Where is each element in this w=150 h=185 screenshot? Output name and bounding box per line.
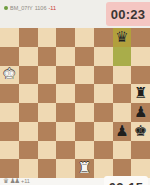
square-h8[interactable] <box>0 159 19 178</box>
square-g2[interactable] <box>19 47 38 66</box>
square-g5[interactable] <box>19 103 38 122</box>
square-e2[interactable] <box>56 47 75 66</box>
square-b4[interactable] <box>113 84 132 103</box>
chess-app: BM_07fY 1106 -11 00:23 ♛♚♜♟♟♚♜ ♛ ♟♟ +11 … <box>0 0 150 185</box>
square-a2[interactable] <box>131 47 150 66</box>
square-g7[interactable] <box>19 141 38 160</box>
square-g4[interactable] <box>19 84 38 103</box>
square-h3[interactable]: ♚ <box>0 66 19 85</box>
black-rook-piece: ♜ <box>134 86 147 101</box>
white-rook-piece: ♜ <box>78 161 91 176</box>
square-b5[interactable] <box>113 103 132 122</box>
online-status-icon <box>4 6 8 10</box>
square-a4[interactable]: ♜ <box>131 84 150 103</box>
square-e6[interactable] <box>56 122 75 141</box>
square-a3[interactable] <box>131 66 150 85</box>
square-d4[interactable] <box>75 84 94 103</box>
square-e7[interactable] <box>56 141 75 160</box>
top-player-rating-delta: -11 <box>48 5 56 11</box>
square-h2[interactable] <box>0 47 19 66</box>
square-h7[interactable] <box>0 141 19 160</box>
bottom-player-bar: ♛ ♟♟ +11 02:15 <box>0 178 150 185</box>
top-player-name: BM_07fY <box>10 5 33 11</box>
square-d6[interactable] <box>75 122 94 141</box>
square-f1[interactable] <box>38 28 57 47</box>
square-h4[interactable] <box>0 84 19 103</box>
square-e3[interactable] <box>56 66 75 85</box>
square-d3[interactable] <box>75 66 94 85</box>
captured-pawn-pair-icon: ♟♟ <box>10 178 19 185</box>
square-a6[interactable]: ♚ <box>131 122 150 141</box>
black-pawn-piece: ♟ <box>134 104 147 119</box>
square-h6[interactable] <box>0 122 19 141</box>
square-g3[interactable] <box>19 66 38 85</box>
square-d5[interactable] <box>75 103 94 122</box>
square-g6[interactable] <box>19 122 38 141</box>
square-b1[interactable]: ♛ <box>113 28 132 47</box>
square-a5[interactable]: ♟ <box>131 103 150 122</box>
square-e4[interactable] <box>56 84 75 103</box>
top-player-rating: 1106 <box>35 5 47 11</box>
square-c2[interactable] <box>94 47 113 66</box>
material-advantage: +11 <box>21 179 30 185</box>
white-king-piece: ♚ <box>3 67 16 82</box>
top-player-bar: BM_07fY 1106 -11 00:23 <box>0 0 150 28</box>
square-b6[interactable]: ♟ <box>113 122 132 141</box>
square-c3[interactable] <box>94 66 113 85</box>
top-player-clock: 00:23 <box>106 2 150 26</box>
square-f7[interactable] <box>38 141 57 160</box>
square-b2[interactable] <box>113 47 132 66</box>
chess-board: ♛♚♜♟♟♚♜ <box>0 28 150 178</box>
square-d7[interactable] <box>75 141 94 160</box>
square-f8[interactable] <box>38 159 57 178</box>
square-f2[interactable] <box>38 47 57 66</box>
top-player-info[interactable]: BM_07fY 1106 -11 <box>4 5 56 11</box>
square-f4[interactable] <box>38 84 57 103</box>
square-a1[interactable] <box>131 28 150 47</box>
square-h1[interactable] <box>0 28 19 47</box>
square-a7[interactable] <box>131 141 150 160</box>
captured-pieces-tray: ♛ ♟♟ +11 <box>3 178 30 185</box>
square-e1[interactable] <box>56 28 75 47</box>
bottom-player-clock: 02:15 <box>104 176 148 185</box>
square-d2[interactable] <box>75 47 94 66</box>
square-d1[interactable] <box>75 28 94 47</box>
black-queen-piece: ♛ <box>115 29 128 44</box>
black-king-piece: ♚ <box>134 123 147 138</box>
square-b7[interactable] <box>113 141 132 160</box>
square-g8[interactable] <box>19 159 38 178</box>
square-e8[interactable] <box>56 159 75 178</box>
square-c7[interactable] <box>94 141 113 160</box>
square-c6[interactable] <box>94 122 113 141</box>
square-c5[interactable] <box>94 103 113 122</box>
square-g1[interactable] <box>19 28 38 47</box>
black-pawn-piece: ♟ <box>115 123 128 138</box>
square-c1[interactable] <box>94 28 113 47</box>
square-f3[interactable] <box>38 66 57 85</box>
square-b3[interactable] <box>113 66 132 85</box>
square-f5[interactable] <box>38 103 57 122</box>
square-h5[interactable] <box>0 103 19 122</box>
square-c4[interactable] <box>94 84 113 103</box>
square-e5[interactable] <box>56 103 75 122</box>
captured-queen-icon: ♛ <box>3 178 9 185</box>
square-d8[interactable]: ♜ <box>75 159 94 178</box>
square-f6[interactable] <box>38 122 57 141</box>
